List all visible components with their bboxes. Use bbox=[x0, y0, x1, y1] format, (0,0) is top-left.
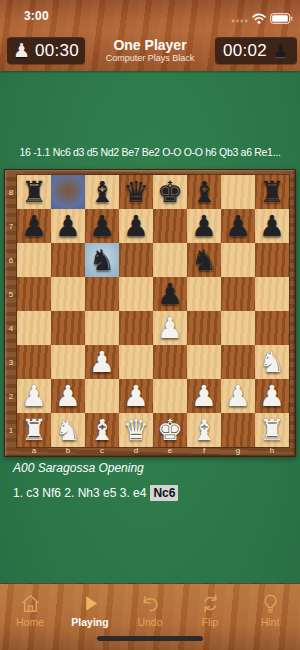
square-a1[interactable]: ♜ bbox=[17, 413, 51, 447]
toolbar-item-home[interactable]: Home bbox=[0, 584, 60, 650]
square-e8[interactable]: ♚ bbox=[153, 175, 187, 209]
black-bishop: ♝ bbox=[89, 175, 115, 209]
square-d7[interactable]: ♟ bbox=[119, 209, 153, 243]
square-g5[interactable] bbox=[221, 277, 255, 311]
white-knight: ♞ bbox=[259, 345, 285, 379]
square-d8[interactable]: ♛ bbox=[119, 175, 153, 209]
file-label-d: d bbox=[119, 445, 153, 456]
black-clock-time: 00:02 bbox=[223, 41, 267, 61]
chess-board-frame: 87654321 ♜♝♛♚♝♜♟♟♟♟♟♟♟♞♞♟♟♟♞♟♟♟♟♟♟♜♞♝♛♚♝… bbox=[4, 169, 296, 457]
black-pawn: ♟ bbox=[157, 277, 183, 311]
square-a4[interactable] bbox=[17, 311, 51, 345]
square-c2[interactable] bbox=[85, 379, 119, 413]
square-d2[interactable]: ♟ bbox=[119, 379, 153, 413]
white-pawn: ♟ bbox=[55, 379, 81, 413]
white-rook: ♜ bbox=[21, 413, 47, 447]
square-b2[interactable]: ♟ bbox=[51, 379, 85, 413]
home-indicator[interactable] bbox=[97, 636, 203, 641]
square-a5[interactable] bbox=[17, 277, 51, 311]
square-f4[interactable] bbox=[187, 311, 221, 345]
square-g6[interactable] bbox=[221, 243, 255, 277]
square-h7[interactable]: ♟ bbox=[255, 209, 289, 243]
square-f3[interactable] bbox=[187, 345, 221, 379]
square-c6[interactable]: ♞ bbox=[85, 243, 119, 277]
file-label-a: a bbox=[17, 445, 51, 456]
black-pawn: ♟ bbox=[21, 209, 47, 243]
black-pawn: ♟ bbox=[89, 209, 115, 243]
white-pawn: ♟ bbox=[89, 345, 115, 379]
chess-app-screen: 3:00 bbox=[0, 0, 300, 650]
square-h4[interactable] bbox=[255, 311, 289, 345]
white-bishop: ♝ bbox=[191, 413, 217, 447]
white-pawn: ♟ bbox=[225, 379, 251, 413]
black-rook: ♜ bbox=[259, 175, 285, 209]
chess-board: ♜♝♛♚♝♜♟♟♟♟♟♟♟♞♞♟♟♟♞♟♟♟♟♟♟♜♞♝♛♚♝♜ bbox=[17, 175, 289, 447]
file-labels: abcdefgh bbox=[17, 445, 289, 456]
black-knight: ♞ bbox=[191, 243, 217, 277]
square-c3[interactable]: ♟ bbox=[85, 345, 119, 379]
square-d3[interactable] bbox=[119, 345, 153, 379]
rank-label-4: 4 bbox=[5, 311, 17, 345]
file-label-b: b bbox=[51, 445, 85, 456]
rank-label-7: 7 bbox=[5, 209, 17, 243]
square-b3[interactable] bbox=[51, 345, 85, 379]
file-label-e: e bbox=[153, 445, 187, 456]
square-g2[interactable]: ♟ bbox=[221, 379, 255, 413]
opening-name: A00 Saragossa Opening bbox=[13, 461, 144, 475]
square-e2[interactable] bbox=[153, 379, 187, 413]
square-h3[interactable]: ♞ bbox=[255, 345, 289, 379]
black-queen: ♛ bbox=[123, 175, 149, 209]
square-c1[interactable]: ♝ bbox=[85, 413, 119, 447]
status-bar-icons bbox=[231, 10, 293, 28]
current-move-badge: Nc6 bbox=[150, 485, 178, 501]
black-king: ♚ bbox=[157, 175, 183, 209]
page-subtitle: Computer Plays Black bbox=[60, 53, 240, 64]
cellular-signal-icon bbox=[231, 10, 248, 28]
hint-icon bbox=[259, 592, 282, 615]
square-b4[interactable] bbox=[51, 311, 85, 345]
square-b5[interactable] bbox=[51, 277, 85, 311]
black-rook: ♜ bbox=[21, 175, 47, 209]
moves-prefix: 1. c3 Nf6 2. Nh3 e5 3. e4 bbox=[13, 486, 146, 500]
white-rook: ♜ bbox=[259, 413, 285, 447]
rank-label-8: 8 bbox=[5, 175, 17, 209]
rank-label-2: 2 bbox=[5, 379, 17, 413]
white-queen: ♛ bbox=[123, 413, 149, 447]
toolbar-label-playing: Playing bbox=[71, 616, 108, 628]
square-h6[interactable] bbox=[255, 243, 289, 277]
square-d1[interactable]: ♛ bbox=[119, 413, 153, 447]
square-e7[interactable] bbox=[153, 209, 187, 243]
square-f8[interactable]: ♝ bbox=[187, 175, 221, 209]
black-clock: 00:02 ♟ bbox=[215, 37, 297, 64]
black-knight: ♞ bbox=[89, 243, 115, 277]
title-block: One Player Computer Plays Black bbox=[60, 38, 240, 64]
square-f1[interactable]: ♝ bbox=[187, 413, 221, 447]
toolbar-label-hint: Hint bbox=[261, 616, 280, 628]
square-c4[interactable] bbox=[85, 311, 119, 345]
file-label-c: c bbox=[85, 445, 119, 456]
black-pawn: ♟ bbox=[191, 209, 217, 243]
black-bishop: ♝ bbox=[191, 175, 217, 209]
black-pawn: ♟ bbox=[55, 209, 81, 243]
square-h5[interactable] bbox=[255, 277, 289, 311]
black-pawn: ♟ bbox=[123, 209, 149, 243]
file-label-f: f bbox=[187, 445, 221, 456]
rank-label-6: 6 bbox=[5, 243, 17, 277]
square-e6[interactable] bbox=[153, 243, 187, 277]
square-e4[interactable]: ♟ bbox=[153, 311, 187, 345]
square-d4[interactable] bbox=[119, 311, 153, 345]
square-c8[interactable]: ♝ bbox=[85, 175, 119, 209]
toolbar-label-home: Home bbox=[16, 616, 44, 628]
square-a2[interactable]: ♟ bbox=[17, 379, 51, 413]
undo-icon bbox=[139, 592, 162, 615]
square-d5[interactable] bbox=[119, 277, 153, 311]
engine-analysis-line: 16 -1.1 Nc6 d3 d5 Nd2 Be7 Be2 O-O O-O h6… bbox=[0, 146, 300, 158]
file-label-h: h bbox=[255, 445, 289, 456]
square-e3[interactable] bbox=[153, 345, 187, 379]
square-f5[interactable] bbox=[187, 277, 221, 311]
square-a3[interactable] bbox=[17, 345, 51, 379]
white-knight: ♞ bbox=[55, 413, 81, 447]
square-c7[interactable]: ♟ bbox=[85, 209, 119, 243]
square-b6[interactable] bbox=[51, 243, 85, 277]
white-pawn: ♟ bbox=[157, 311, 183, 345]
rank-label-3: 3 bbox=[5, 345, 17, 379]
white-king: ♚ bbox=[157, 413, 183, 447]
black-pawn-icon: ♟ bbox=[272, 41, 289, 60]
square-c5[interactable] bbox=[85, 277, 119, 311]
square-b8[interactable] bbox=[51, 175, 85, 209]
white-pawn: ♟ bbox=[123, 379, 149, 413]
wifi-icon bbox=[252, 10, 266, 28]
rank-label-1: 1 bbox=[5, 413, 17, 447]
file-label-g: g bbox=[221, 445, 255, 456]
square-g8[interactable] bbox=[221, 175, 255, 209]
header: 3:00 bbox=[0, 0, 300, 71]
white-pawn: ♟ bbox=[191, 379, 217, 413]
square-f6[interactable]: ♞ bbox=[187, 243, 221, 277]
black-pawn: ♟ bbox=[259, 209, 285, 243]
white-pawn: ♟ bbox=[21, 379, 47, 413]
square-a6[interactable] bbox=[17, 243, 51, 277]
square-h8[interactable]: ♜ bbox=[255, 175, 289, 209]
toolbar-label-undo: Undo bbox=[137, 616, 162, 628]
square-a8[interactable]: ♜ bbox=[17, 175, 51, 209]
move-list: 1. c3 Nf6 2. Nh3 e5 3. e4Nc6 bbox=[13, 486, 178, 500]
square-g3[interactable] bbox=[221, 345, 255, 379]
square-e5[interactable]: ♟ bbox=[153, 277, 187, 311]
home-icon bbox=[19, 592, 42, 615]
play-icon bbox=[79, 592, 102, 615]
square-g4[interactable] bbox=[221, 311, 255, 345]
status-bar-time: 3:00 bbox=[24, 9, 49, 23]
square-g1[interactable] bbox=[221, 413, 255, 447]
battery-icon bbox=[270, 10, 293, 28]
toolbar-item-hint[interactable]: Hint bbox=[240, 584, 300, 650]
white-pawn-icon: ♟ bbox=[13, 41, 30, 60]
square-h2[interactable]: ♟ bbox=[255, 379, 289, 413]
square-a7[interactable]: ♟ bbox=[17, 209, 51, 243]
square-h1[interactable]: ♜ bbox=[255, 413, 289, 447]
square-d6[interactable] bbox=[119, 243, 153, 277]
rank-labels: 87654321 bbox=[5, 175, 17, 447]
square-f2[interactable]: ♟ bbox=[187, 379, 221, 413]
square-e1[interactable]: ♚ bbox=[153, 413, 187, 447]
white-bishop: ♝ bbox=[89, 413, 115, 447]
white-pawn: ♟ bbox=[259, 379, 285, 413]
square-b7[interactable]: ♟ bbox=[51, 209, 85, 243]
square-g7[interactable]: ♟ bbox=[221, 209, 255, 243]
rank-label-5: 5 bbox=[5, 277, 17, 311]
square-f7[interactable]: ♟ bbox=[187, 209, 221, 243]
black-pawn: ♟ bbox=[225, 209, 251, 243]
toolbar-label-flip: Flip bbox=[202, 616, 219, 628]
flip-icon bbox=[199, 592, 222, 615]
page-title: One Player bbox=[60, 38, 240, 53]
square-b1[interactable]: ♞ bbox=[51, 413, 85, 447]
